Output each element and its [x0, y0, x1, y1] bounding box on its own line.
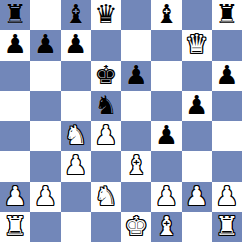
black-queen[interactable]: ♛: [94, 1, 117, 27]
black-bishop[interactable]: ♝: [155, 1, 178, 27]
square-f3[interactable]: [151, 151, 181, 181]
square-c5[interactable]: [61, 91, 91, 121]
black-pawn[interactable]: ♟: [64, 31, 87, 57]
square-a5[interactable]: [0, 91, 30, 121]
square-g2[interactable]: ♟: [182, 182, 212, 212]
square-f7[interactable]: [151, 30, 181, 60]
square-e5[interactable]: [121, 91, 151, 121]
square-e3[interactable]: ♝: [121, 151, 151, 181]
white-pawn[interactable]: ♟: [94, 122, 117, 148]
white-queen[interactable]: ♛: [185, 31, 208, 57]
square-d8[interactable]: ♛: [91, 0, 121, 30]
square-c1[interactable]: [61, 212, 91, 242]
black-bishop[interactable]: ♝: [64, 1, 87, 27]
white-pawn[interactable]: ♟: [3, 183, 26, 209]
square-d1[interactable]: [91, 212, 121, 242]
square-f2[interactable]: ♟: [151, 182, 181, 212]
square-d4[interactable]: ♟: [91, 121, 121, 151]
square-a1[interactable]: ♜: [0, 212, 30, 242]
square-a2[interactable]: ♟: [0, 182, 30, 212]
square-b1[interactable]: [30, 212, 60, 242]
black-pawn[interactable]: ♟: [185, 92, 208, 118]
black-king[interactable]: ♚: [94, 62, 117, 88]
square-d3[interactable]: [91, 151, 121, 181]
white-pawn[interactable]: ♟: [64, 152, 87, 178]
black-rook[interactable]: ♜: [215, 1, 238, 27]
black-pawn[interactable]: ♟: [34, 31, 57, 57]
square-e4[interactable]: [121, 121, 151, 151]
square-b7[interactable]: ♟: [30, 30, 60, 60]
square-d7[interactable]: [91, 30, 121, 60]
square-e7[interactable]: [121, 30, 151, 60]
square-g3[interactable]: [182, 151, 212, 181]
white-rook[interactable]: ♜: [215, 213, 238, 239]
square-b5[interactable]: [30, 91, 60, 121]
square-a4[interactable]: [0, 121, 30, 151]
white-knight[interactable]: ♞: [64, 122, 87, 148]
square-d5[interactable]: ♞: [91, 91, 121, 121]
white-bishop[interactable]: ♝: [155, 213, 178, 239]
square-f8[interactable]: ♝: [151, 0, 181, 30]
square-h4[interactable]: [212, 121, 242, 151]
square-c3[interactable]: ♟: [61, 151, 91, 181]
square-h5[interactable]: [212, 91, 242, 121]
square-c4[interactable]: ♞: [61, 121, 91, 151]
square-a8[interactable]: ♜: [0, 0, 30, 30]
white-rook[interactable]: ♜: [3, 213, 26, 239]
white-pawn[interactable]: ♟: [215, 183, 238, 209]
white-knight[interactable]: ♞: [94, 183, 117, 209]
square-h3[interactable]: [212, 151, 242, 181]
square-g1[interactable]: [182, 212, 212, 242]
square-h6[interactable]: ♟: [212, 61, 242, 91]
square-e6[interactable]: ♟: [121, 61, 151, 91]
square-b3[interactable]: [30, 151, 60, 181]
black-pawn[interactable]: ♟: [3, 31, 26, 57]
square-d2[interactable]: ♞: [91, 182, 121, 212]
square-h7[interactable]: [212, 30, 242, 60]
square-a6[interactable]: [0, 61, 30, 91]
square-c7[interactable]: ♟: [61, 30, 91, 60]
square-g7[interactable]: ♛: [182, 30, 212, 60]
square-c6[interactable]: [61, 61, 91, 91]
white-pawn[interactable]: ♟: [185, 183, 208, 209]
square-b4[interactable]: [30, 121, 60, 151]
white-bishop[interactable]: ♝: [124, 152, 147, 178]
black-pawn[interactable]: ♟: [155, 122, 178, 148]
black-knight[interactable]: ♞: [94, 92, 117, 118]
square-c2[interactable]: [61, 182, 91, 212]
square-g8[interactable]: [182, 0, 212, 30]
square-f4[interactable]: ♟: [151, 121, 181, 151]
square-f1[interactable]: ♝: [151, 212, 181, 242]
square-b2[interactable]: ♟: [30, 182, 60, 212]
black-rook[interactable]: ♜: [3, 1, 26, 27]
square-b8[interactable]: [30, 0, 60, 30]
square-f5[interactable]: [151, 91, 181, 121]
chess-board: ♜♝♛♝♜♟♟♟♛♚♟♟♞♟♞♟♟♟♝♟♟♞♟♟♟♜♚♝♜: [0, 0, 242, 242]
square-a7[interactable]: ♟: [0, 30, 30, 60]
square-e8[interactable]: [121, 0, 151, 30]
square-d6[interactable]: ♚: [91, 61, 121, 91]
square-g4[interactable]: [182, 121, 212, 151]
square-e1[interactable]: ♚: [121, 212, 151, 242]
white-pawn[interactable]: ♟: [155, 183, 178, 209]
square-g5[interactable]: ♟: [182, 91, 212, 121]
square-b6[interactable]: [30, 61, 60, 91]
square-h2[interactable]: ♟: [212, 182, 242, 212]
square-e2[interactable]: [121, 182, 151, 212]
square-h8[interactable]: ♜: [212, 0, 242, 30]
white-king[interactable]: ♚: [124, 213, 147, 239]
black-pawn[interactable]: ♟: [215, 62, 238, 88]
white-pawn[interactable]: ♟: [34, 183, 57, 209]
square-h1[interactable]: ♜: [212, 212, 242, 242]
square-f6[interactable]: [151, 61, 181, 91]
square-g6[interactable]: [182, 61, 212, 91]
black-pawn[interactable]: ♟: [124, 62, 147, 88]
square-a3[interactable]: [0, 151, 30, 181]
square-c8[interactable]: ♝: [61, 0, 91, 30]
